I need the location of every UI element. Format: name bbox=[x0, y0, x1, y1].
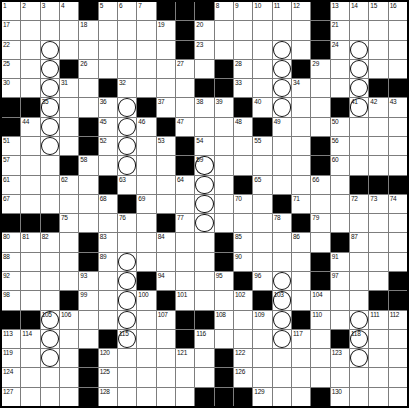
cell-r15c15[interactable] bbox=[292, 291, 310, 309]
cell-r1c17[interactable]: 21 bbox=[331, 21, 349, 39]
cell-r18c0[interactable]: 119 bbox=[2, 349, 20, 367]
cell-r10c4[interactable] bbox=[79, 195, 97, 213]
cell-r17c4[interactable] bbox=[79, 330, 97, 348]
cell-r6c19[interactable] bbox=[369, 118, 387, 136]
cell-r14c3[interactable] bbox=[60, 272, 78, 290]
cell-r19c14[interactable] bbox=[273, 368, 291, 386]
cell-r6c9[interactable]: 47 bbox=[176, 118, 194, 136]
cell-r8c7[interactable] bbox=[137, 156, 155, 174]
cell-r18c10[interactable] bbox=[195, 349, 213, 367]
cell-r19c15[interactable] bbox=[292, 368, 310, 386]
cell-r7c11[interactable] bbox=[215, 137, 233, 155]
cell-r5c10[interactable]: 38 bbox=[195, 98, 213, 116]
cell-r13c20[interactable] bbox=[389, 253, 407, 271]
cell-r9c15[interactable] bbox=[292, 176, 310, 194]
cell-r0c1[interactable]: 2 bbox=[21, 2, 39, 20]
cell-r20c18[interactable] bbox=[350, 388, 368, 406]
cell-r12c16[interactable] bbox=[311, 233, 329, 251]
cell-r7c0[interactable]: 51 bbox=[2, 137, 20, 155]
cell-r17c14[interactable] bbox=[273, 330, 291, 348]
cell-r0c2[interactable]: 3 bbox=[41, 2, 59, 20]
cell-r17c20[interactable] bbox=[389, 330, 407, 348]
cell-r14c14[interactable] bbox=[273, 272, 291, 290]
cell-r1c19[interactable] bbox=[369, 21, 387, 39]
cell-r19c18[interactable] bbox=[350, 368, 368, 386]
cell-r13c9[interactable] bbox=[176, 253, 194, 271]
cell-r12c13[interactable] bbox=[253, 233, 271, 251]
cell-r2c14[interactable] bbox=[273, 41, 291, 59]
cell-r18c3[interactable] bbox=[60, 349, 78, 367]
cell-r6c10[interactable] bbox=[195, 118, 213, 136]
cell-r12c6[interactable] bbox=[118, 233, 136, 251]
cell-r14c10[interactable] bbox=[195, 272, 213, 290]
cell-r8c14[interactable] bbox=[273, 156, 291, 174]
cell-r17c12[interactable] bbox=[234, 330, 252, 348]
cell-r7c10[interactable]: 54 bbox=[195, 137, 213, 155]
cell-r19c7[interactable] bbox=[137, 368, 155, 386]
cell-r7c15[interactable] bbox=[292, 137, 310, 155]
cell-r0c14[interactable]: 11 bbox=[273, 2, 291, 20]
cell-r1c4[interactable]: 18 bbox=[79, 21, 97, 39]
cell-r9c9[interactable]: 64 bbox=[176, 176, 194, 194]
cell-r1c2[interactable] bbox=[41, 21, 59, 39]
cell-r5c5[interactable]: 36 bbox=[99, 98, 117, 116]
cell-r17c16[interactable] bbox=[311, 330, 329, 348]
cell-r2c2[interactable] bbox=[41, 41, 59, 59]
cell-r6c2[interactable] bbox=[41, 118, 59, 136]
cell-r8c1[interactable] bbox=[21, 156, 39, 174]
cell-r18c20[interactable] bbox=[389, 349, 407, 367]
cell-r11c18[interactable] bbox=[350, 214, 368, 232]
cell-r10c8[interactable] bbox=[157, 195, 175, 213]
cell-r4c0[interactable]: 30 bbox=[2, 79, 20, 97]
cell-r15c0[interactable]: 98 bbox=[2, 291, 20, 309]
cell-r14c15[interactable] bbox=[292, 272, 310, 290]
cell-r17c6[interactable]: 115 bbox=[118, 330, 136, 348]
cell-r19c16[interactable] bbox=[311, 368, 329, 386]
cell-r8c0[interactable]: 57 bbox=[2, 156, 20, 174]
cell-r6c14[interactable]: 49 bbox=[273, 118, 291, 136]
cell-r12c7[interactable] bbox=[137, 233, 155, 251]
cell-r14c4[interactable]: 93 bbox=[79, 272, 97, 290]
cell-r0c12[interactable]: 9 bbox=[234, 2, 252, 20]
cell-r16c18[interactable] bbox=[350, 311, 368, 329]
cell-r0c13[interactable]: 10 bbox=[253, 2, 271, 20]
cell-r19c8[interactable] bbox=[157, 368, 175, 386]
cell-r7c18[interactable] bbox=[350, 137, 368, 155]
cell-r0c3[interactable]: 4 bbox=[60, 2, 78, 20]
cell-r9c10[interactable] bbox=[195, 176, 213, 194]
cell-r8c6[interactable] bbox=[118, 156, 136, 174]
cell-r9c7[interactable] bbox=[137, 176, 155, 194]
cell-r15c9[interactable]: 101 bbox=[176, 291, 194, 309]
cell-r9c4[interactable] bbox=[79, 176, 97, 194]
cell-r16c4[interactable] bbox=[79, 311, 97, 329]
cell-r14c11[interactable]: 95 bbox=[215, 272, 233, 290]
cell-r12c14[interactable] bbox=[273, 233, 291, 251]
cell-r2c7[interactable] bbox=[137, 41, 155, 59]
cell-r15c17[interactable] bbox=[331, 291, 349, 309]
cell-r20c14[interactable] bbox=[273, 388, 291, 406]
cell-r3c16[interactable]: 29 bbox=[311, 60, 329, 78]
cell-r10c13[interactable] bbox=[253, 195, 271, 213]
cell-r11c9[interactable]: 77 bbox=[176, 214, 194, 232]
cell-r10c19[interactable]: 73 bbox=[369, 195, 387, 213]
cell-r18c15[interactable] bbox=[292, 349, 310, 367]
cell-r20c5[interactable]: 128 bbox=[99, 388, 117, 406]
cell-r7c1[interactable] bbox=[21, 137, 39, 155]
cell-r18c19[interactable] bbox=[369, 349, 387, 367]
cell-r19c13[interactable] bbox=[253, 368, 271, 386]
cell-r11c19[interactable] bbox=[369, 214, 387, 232]
cell-r5c9[interactable] bbox=[176, 98, 194, 116]
cell-r20c8[interactable] bbox=[157, 388, 175, 406]
cell-r16c17[interactable] bbox=[331, 311, 349, 329]
cell-r1c11[interactable] bbox=[215, 21, 233, 39]
cell-r5c6[interactable] bbox=[118, 98, 136, 116]
cell-r19c2[interactable] bbox=[41, 368, 59, 386]
cell-r17c13[interactable] bbox=[253, 330, 271, 348]
cell-r4c9[interactable] bbox=[176, 79, 194, 97]
cell-r16c11[interactable]: 108 bbox=[215, 311, 233, 329]
cell-r3c19[interactable] bbox=[369, 60, 387, 78]
cell-r10c18[interactable]: 72 bbox=[350, 195, 368, 213]
cell-r12c15[interactable]: 86 bbox=[292, 233, 310, 251]
cell-r19c17[interactable] bbox=[331, 368, 349, 386]
cell-r4c17[interactable] bbox=[331, 79, 349, 97]
cell-r9c3[interactable]: 62 bbox=[60, 176, 78, 194]
cell-r8c13[interactable] bbox=[253, 156, 271, 174]
cell-r7c3[interactable] bbox=[60, 137, 78, 155]
cell-r13c10[interactable] bbox=[195, 253, 213, 271]
cell-r2c0[interactable]: 22 bbox=[2, 41, 20, 59]
cell-r16c19[interactable]: 111 bbox=[369, 311, 387, 329]
cell-r16c13[interactable]: 109 bbox=[253, 311, 271, 329]
cell-r5c3[interactable] bbox=[60, 98, 78, 116]
cell-r13c12[interactable]: 90 bbox=[234, 253, 252, 271]
cell-r11c14[interactable]: 78 bbox=[273, 214, 291, 232]
cell-r14c5[interactable] bbox=[99, 272, 117, 290]
cell-r10c16[interactable] bbox=[311, 195, 329, 213]
cell-r18c16[interactable] bbox=[311, 349, 329, 367]
cell-r9c17[interactable] bbox=[331, 176, 349, 194]
cell-r11c20[interactable] bbox=[389, 214, 407, 232]
cell-r7c2[interactable] bbox=[41, 137, 59, 155]
cell-r4c13[interactable] bbox=[253, 79, 271, 97]
cell-r13c13[interactable] bbox=[253, 253, 271, 271]
cell-r5c19[interactable]: 42 bbox=[369, 98, 387, 116]
cell-r19c0[interactable]: 124 bbox=[2, 368, 20, 386]
cell-r3c8[interactable] bbox=[157, 60, 175, 78]
cell-r18c14[interactable] bbox=[273, 349, 291, 367]
cell-r13c5[interactable]: 89 bbox=[99, 253, 117, 271]
cell-r20c3[interactable] bbox=[60, 388, 78, 406]
cell-r17c0[interactable]: 113 bbox=[2, 330, 20, 348]
cell-r6c3[interactable] bbox=[60, 118, 78, 136]
cell-r7c12[interactable] bbox=[234, 137, 252, 155]
cell-r18c1[interactable] bbox=[21, 349, 39, 367]
cell-r11c7[interactable] bbox=[137, 214, 155, 232]
cell-r14c17[interactable]: 97 bbox=[331, 272, 349, 290]
cell-r6c16[interactable] bbox=[311, 118, 329, 136]
cell-r4c15[interactable]: 34 bbox=[292, 79, 310, 97]
cell-r0c17[interactable]: 13 bbox=[331, 2, 349, 20]
cell-r4c18[interactable] bbox=[350, 79, 368, 97]
cell-r4c6[interactable]: 32 bbox=[118, 79, 136, 97]
cell-r13c18[interactable] bbox=[350, 253, 368, 271]
cell-r16c14[interactable] bbox=[273, 311, 291, 329]
cell-r13c8[interactable] bbox=[157, 253, 175, 271]
cell-r6c18[interactable] bbox=[350, 118, 368, 136]
cell-r14c13[interactable]: 96 bbox=[253, 272, 271, 290]
cell-r8c5[interactable] bbox=[99, 156, 117, 174]
cell-r12c1[interactable]: 81 bbox=[21, 233, 39, 251]
cell-r4c4[interactable] bbox=[79, 79, 97, 97]
cell-r9c11[interactable] bbox=[215, 176, 233, 194]
cell-r10c10[interactable] bbox=[195, 195, 213, 213]
cell-r17c7[interactable] bbox=[137, 330, 155, 348]
cell-r2c6[interactable] bbox=[118, 41, 136, 59]
cell-r0c19[interactable]: 15 bbox=[369, 2, 387, 20]
cell-r4c1[interactable] bbox=[21, 79, 39, 97]
cell-r16c12[interactable] bbox=[234, 311, 252, 329]
cell-r6c7[interactable]: 46 bbox=[137, 118, 155, 136]
cell-r10c12[interactable]: 70 bbox=[234, 195, 252, 213]
cell-r0c18[interactable]: 14 bbox=[350, 2, 368, 20]
cell-r16c2[interactable]: 105 bbox=[41, 311, 59, 329]
cell-r6c5[interactable]: 45 bbox=[99, 118, 117, 136]
cell-r3c12[interactable]: 28 bbox=[234, 60, 252, 78]
cell-r2c12[interactable] bbox=[234, 41, 252, 59]
cell-r17c15[interactable]: 117 bbox=[292, 330, 310, 348]
cell-r6c15[interactable] bbox=[292, 118, 310, 136]
cell-r11c3[interactable]: 75 bbox=[60, 214, 78, 232]
cell-r7c14[interactable] bbox=[273, 137, 291, 155]
cell-r20c19[interactable] bbox=[369, 388, 387, 406]
cell-r5c15[interactable] bbox=[292, 98, 310, 116]
cell-r5c11[interactable]: 39 bbox=[215, 98, 233, 116]
cell-r2c13[interactable] bbox=[253, 41, 271, 59]
cell-r3c18[interactable] bbox=[350, 60, 368, 78]
cell-r15c7[interactable]: 100 bbox=[137, 291, 155, 309]
cell-r16c7[interactable] bbox=[137, 311, 155, 329]
cell-r3c0[interactable]: 25 bbox=[2, 60, 20, 78]
cell-r8c18[interactable] bbox=[350, 156, 368, 174]
cell-r13c7[interactable] bbox=[137, 253, 155, 271]
cell-r10c0[interactable]: 67 bbox=[2, 195, 20, 213]
cell-r2c10[interactable]: 23 bbox=[195, 41, 213, 59]
cell-r13c17[interactable]: 91 bbox=[331, 253, 349, 271]
cell-r9c14[interactable] bbox=[273, 176, 291, 194]
cell-r5c14[interactable] bbox=[273, 98, 291, 116]
cell-r3c9[interactable]: 27 bbox=[176, 60, 194, 78]
cell-r10c9[interactable] bbox=[176, 195, 194, 213]
cell-r5c20[interactable]: 43 bbox=[389, 98, 407, 116]
cell-r7c20[interactable] bbox=[389, 137, 407, 155]
cell-r18c6[interactable] bbox=[118, 349, 136, 367]
cell-r13c0[interactable]: 88 bbox=[2, 253, 20, 271]
cell-r19c3[interactable] bbox=[60, 368, 78, 386]
cell-r12c3[interactable] bbox=[60, 233, 78, 251]
cell-r8c12[interactable] bbox=[234, 156, 252, 174]
cell-r19c1[interactable] bbox=[21, 368, 39, 386]
cell-r15c4[interactable]: 99 bbox=[79, 291, 97, 309]
cell-r9c8[interactable] bbox=[157, 176, 175, 194]
cell-r10c3[interactable] bbox=[60, 195, 78, 213]
cell-r19c9[interactable] bbox=[176, 368, 194, 386]
cell-r15c1[interactable] bbox=[21, 291, 39, 309]
cell-r2c17[interactable]: 24 bbox=[331, 41, 349, 59]
cell-r11c11[interactable] bbox=[215, 214, 233, 232]
cell-r12c2[interactable]: 82 bbox=[41, 233, 59, 251]
cell-r3c10[interactable] bbox=[195, 60, 213, 78]
cell-r15c10[interactable] bbox=[195, 291, 213, 309]
cell-r7c19[interactable] bbox=[369, 137, 387, 155]
cell-r20c1[interactable] bbox=[21, 388, 39, 406]
cell-r17c11[interactable] bbox=[215, 330, 233, 348]
cell-r11c17[interactable] bbox=[331, 214, 349, 232]
cell-r6c6[interactable] bbox=[118, 118, 136, 136]
cell-r20c7[interactable] bbox=[137, 388, 155, 406]
cell-r8c10[interactable]: 59 bbox=[195, 156, 213, 174]
cell-r16c5[interactable] bbox=[99, 311, 117, 329]
cell-r1c10[interactable]: 20 bbox=[195, 21, 213, 39]
cell-r13c1[interactable] bbox=[21, 253, 39, 271]
cell-r18c12[interactable]: 122 bbox=[234, 349, 252, 367]
cell-r0c5[interactable]: 5 bbox=[99, 2, 117, 20]
cell-r3c20[interactable] bbox=[389, 60, 407, 78]
cell-r2c8[interactable] bbox=[157, 41, 175, 59]
cell-r1c0[interactable]: 17 bbox=[2, 21, 20, 39]
cell-r10c5[interactable]: 68 bbox=[99, 195, 117, 213]
cell-r2c1[interactable] bbox=[21, 41, 39, 59]
cell-r18c17[interactable]: 123 bbox=[331, 349, 349, 367]
cell-r11c13[interactable] bbox=[253, 214, 271, 232]
cell-r12c8[interactable]: 84 bbox=[157, 233, 175, 251]
cell-r15c18[interactable] bbox=[350, 291, 368, 309]
cell-r9c6[interactable]: 63 bbox=[118, 176, 136, 194]
cell-r1c6[interactable] bbox=[118, 21, 136, 39]
cell-r14c9[interactable] bbox=[176, 272, 194, 290]
cell-r3c17[interactable] bbox=[331, 60, 349, 78]
cell-r20c15[interactable] bbox=[292, 388, 310, 406]
cell-r1c3[interactable] bbox=[60, 21, 78, 39]
cell-r5c16[interactable] bbox=[311, 98, 329, 116]
cell-r8c15[interactable] bbox=[292, 156, 310, 174]
cell-r19c20[interactable] bbox=[389, 368, 407, 386]
cell-r13c2[interactable] bbox=[41, 253, 59, 271]
cell-r14c1[interactable] bbox=[21, 272, 39, 290]
cell-r3c1[interactable] bbox=[21, 60, 39, 78]
cell-r4c7[interactable] bbox=[137, 79, 155, 97]
cell-r8c8[interactable] bbox=[157, 156, 175, 174]
cell-r15c16[interactable]: 104 bbox=[311, 291, 329, 309]
cell-r14c19[interactable] bbox=[369, 272, 387, 290]
cell-r3c5[interactable] bbox=[99, 60, 117, 78]
cell-r10c7[interactable]: 69 bbox=[137, 195, 155, 213]
cell-r11c16[interactable]: 79 bbox=[311, 214, 329, 232]
cell-r2c3[interactable] bbox=[60, 41, 78, 59]
cell-r6c17[interactable]: 50 bbox=[331, 118, 349, 136]
cell-r20c6[interactable] bbox=[118, 388, 136, 406]
cell-r3c13[interactable] bbox=[253, 60, 271, 78]
cell-r20c20[interactable] bbox=[389, 388, 407, 406]
cell-r13c6[interactable] bbox=[118, 253, 136, 271]
cell-r3c14[interactable] bbox=[273, 60, 291, 78]
cell-r8c20[interactable] bbox=[389, 156, 407, 174]
cell-r8c17[interactable]: 60 bbox=[331, 156, 349, 174]
cell-r1c12[interactable] bbox=[234, 21, 252, 39]
cell-r2c11[interactable] bbox=[215, 41, 233, 59]
cell-r12c18[interactable]: 87 bbox=[350, 233, 368, 251]
cell-r18c8[interactable] bbox=[157, 349, 175, 367]
cell-r1c18[interactable] bbox=[350, 21, 368, 39]
cell-r19c5[interactable]: 125 bbox=[99, 368, 117, 386]
cell-r1c5[interactable] bbox=[99, 21, 117, 39]
cell-r5c13[interactable]: 40 bbox=[253, 98, 271, 116]
cell-r17c19[interactable] bbox=[369, 330, 387, 348]
cell-r12c12[interactable]: 85 bbox=[234, 233, 252, 251]
cell-r12c9[interactable] bbox=[176, 233, 194, 251]
cell-r9c16[interactable]: 66 bbox=[311, 176, 329, 194]
cell-r0c15[interactable]: 12 bbox=[292, 2, 310, 20]
cell-r19c19[interactable] bbox=[369, 368, 387, 386]
cell-r5c8[interactable]: 37 bbox=[157, 98, 175, 116]
cell-r7c5[interactable]: 52 bbox=[99, 137, 117, 155]
cell-r19c6[interactable] bbox=[118, 368, 136, 386]
cell-r3c2[interactable] bbox=[41, 60, 59, 78]
cell-r10c1[interactable] bbox=[21, 195, 39, 213]
cell-r15c2[interactable] bbox=[41, 291, 59, 309]
cell-r4c12[interactable]: 33 bbox=[234, 79, 252, 97]
cell-r11c4[interactable] bbox=[79, 214, 97, 232]
cell-r5c18[interactable]: 41 bbox=[350, 98, 368, 116]
cell-r6c1[interactable]: 44 bbox=[21, 118, 39, 136]
cell-r3c4[interactable]: 26 bbox=[79, 60, 97, 78]
cell-r20c17[interactable]: 130 bbox=[331, 388, 349, 406]
cell-r11c10[interactable] bbox=[195, 214, 213, 232]
cell-r1c1[interactable] bbox=[21, 21, 39, 39]
cell-r16c3[interactable]: 106 bbox=[60, 311, 78, 329]
cell-r13c19[interactable] bbox=[369, 253, 387, 271]
cell-r4c14[interactable] bbox=[273, 79, 291, 97]
cell-r19c12[interactable]: 126 bbox=[234, 368, 252, 386]
cell-r18c5[interactable]: 120 bbox=[99, 349, 117, 367]
cell-r14c18[interactable] bbox=[350, 272, 368, 290]
cell-r18c2[interactable] bbox=[41, 349, 59, 367]
cell-r5c4[interactable] bbox=[79, 98, 97, 116]
cell-r10c20[interactable]: 74 bbox=[389, 195, 407, 213]
cell-r1c15[interactable] bbox=[292, 21, 310, 39]
cell-r10c11[interactable] bbox=[215, 195, 233, 213]
cell-r7c7[interactable] bbox=[137, 137, 155, 155]
cell-r14c0[interactable]: 92 bbox=[2, 272, 20, 290]
cell-r14c2[interactable] bbox=[41, 272, 59, 290]
cell-r17c3[interactable] bbox=[60, 330, 78, 348]
cell-r17c2[interactable] bbox=[41, 330, 59, 348]
cell-r11c5[interactable] bbox=[99, 214, 117, 232]
cell-r12c10[interactable] bbox=[195, 233, 213, 251]
cell-r9c13[interactable]: 65 bbox=[253, 176, 271, 194]
cell-r3c6[interactable] bbox=[118, 60, 136, 78]
cell-r3c7[interactable] bbox=[137, 60, 155, 78]
cell-r14c6[interactable] bbox=[118, 272, 136, 290]
cell-r5c2[interactable]: 35 bbox=[41, 98, 59, 116]
cell-r12c0[interactable]: 80 bbox=[2, 233, 20, 251]
cell-r12c20[interactable] bbox=[389, 233, 407, 251]
cell-r11c12[interactable] bbox=[234, 214, 252, 232]
cell-r18c13[interactable] bbox=[253, 349, 271, 367]
